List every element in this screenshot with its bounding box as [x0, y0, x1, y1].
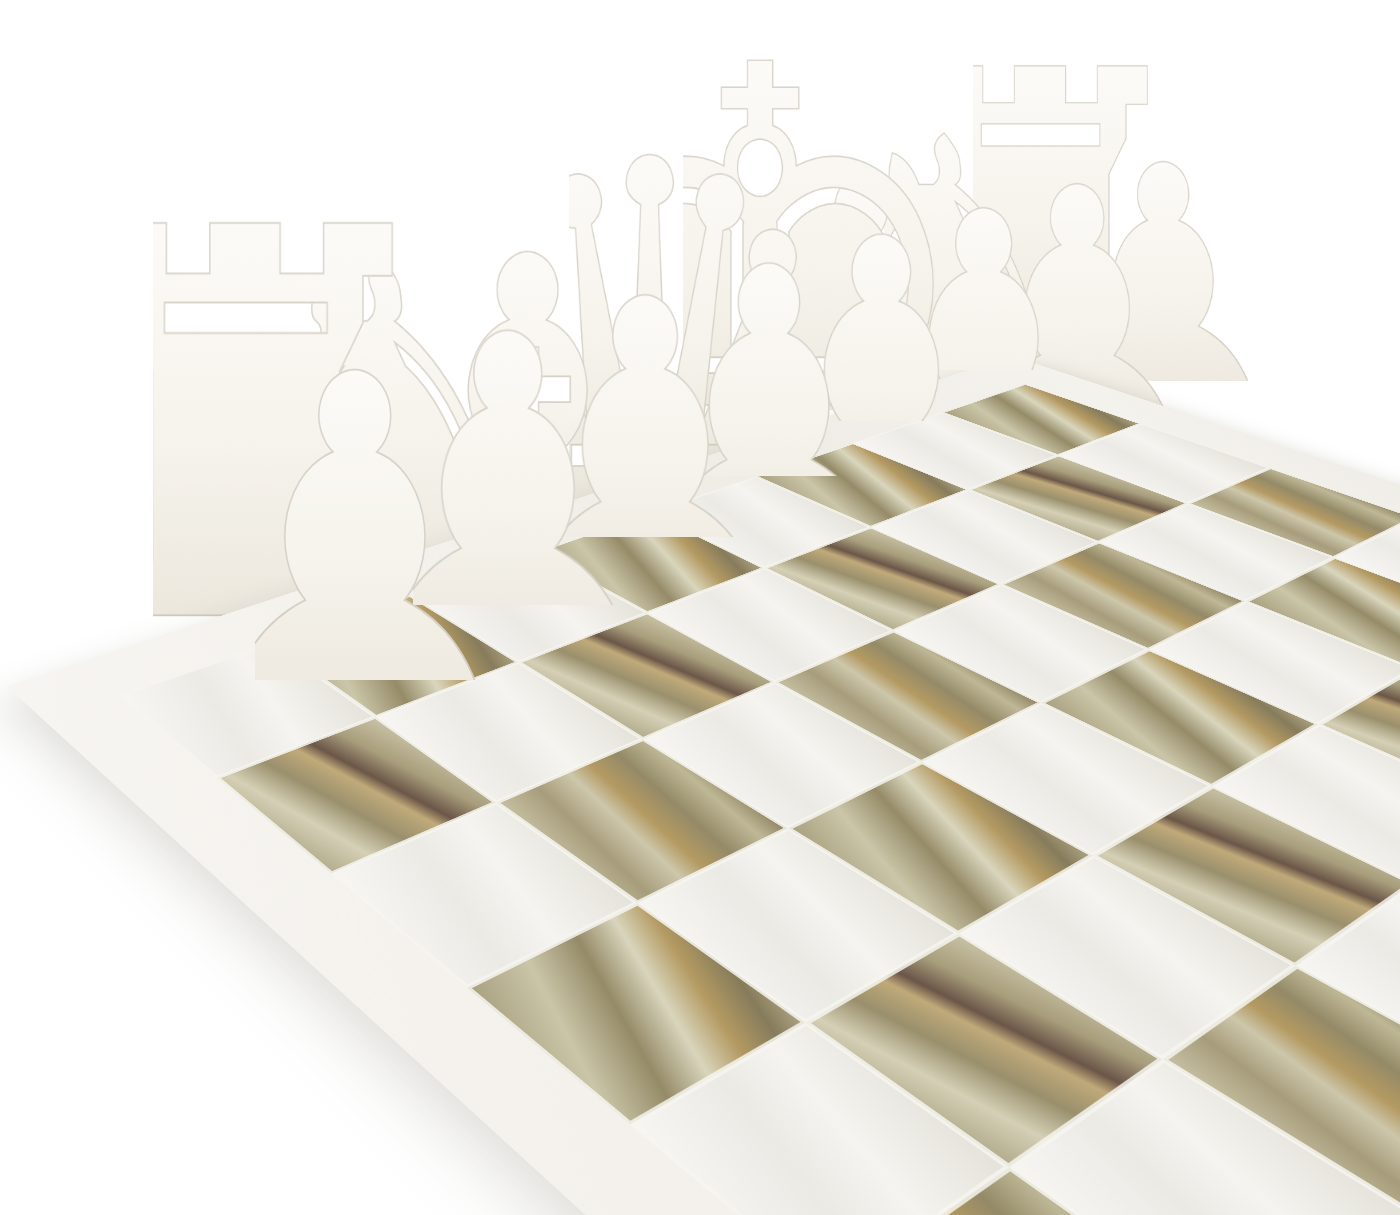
white-pawn-a2[interactable]: ♟ — [255, 0, 455, 790]
scene: ♟♟♟♟♟♟♟♟♜♞♝♛♚♝♞♜ — [0, 0, 1400, 1215]
chess-board: ♟♟♟♟♟♟♟♟♜♞♝♛♚♝♞♜ — [7, 356, 1400, 1215]
